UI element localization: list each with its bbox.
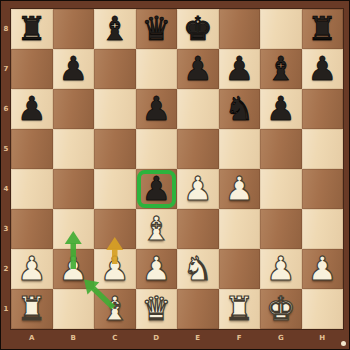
black-bishop-c8[interactable]: ♝ — [100, 12, 130, 45]
square-e3[interactable] — [177, 209, 219, 249]
square-d1[interactable]: ♛ — [136, 289, 178, 329]
square-e1[interactable] — [177, 289, 219, 329]
square-f2[interactable] — [219, 249, 261, 289]
square-b7[interactable]: ♟ — [53, 49, 95, 89]
square-f8[interactable] — [219, 9, 261, 49]
square-a6[interactable]: ♟ — [11, 89, 53, 129]
white-pawn-e4[interactable]: ♟ — [183, 172, 213, 205]
square-g8[interactable] — [260, 9, 302, 49]
square-b4[interactable] — [53, 169, 95, 209]
white-pawn-h2[interactable]: ♟ — [307, 252, 337, 285]
square-a3[interactable] — [11, 209, 53, 249]
rank-label-7: 7 — [1, 64, 11, 74]
square-h2[interactable]: ♟ — [302, 249, 344, 289]
black-queen-d8[interactable]: ♛ — [141, 12, 171, 45]
square-e8[interactable]: ♚ — [177, 9, 219, 49]
square-c3[interactable] — [94, 209, 136, 249]
white-rook-a1[interactable]: ♜ — [17, 292, 47, 325]
square-h8[interactable]: ♜ — [302, 9, 344, 49]
black-pawn-e7[interactable]: ♟ — [183, 52, 213, 85]
square-c8[interactable]: ♝ — [94, 9, 136, 49]
white-pawn-f4[interactable]: ♟ — [224, 172, 254, 205]
file-label-h: H — [302, 331, 344, 345]
square-d6[interactable]: ♟ — [136, 89, 178, 129]
square-g2[interactable]: ♟ — [260, 249, 302, 289]
white-pawn-d2[interactable]: ♟ — [141, 252, 171, 285]
square-e2[interactable]: ♞ — [177, 249, 219, 289]
square-b6[interactable] — [53, 89, 95, 129]
square-a8[interactable]: ♜ — [11, 9, 53, 49]
square-a4[interactable] — [11, 169, 53, 209]
white-pawn-c2[interactable]: ♟ — [100, 252, 130, 285]
board: ♜♝♛♚♜♟♟♟♝♟♟♟♞♟♟♟♟♝♟♟♟♟♞♟♟♜♝♛♜♚ — [11, 9, 343, 329]
rank-label-2: 2 — [1, 264, 11, 274]
square-e7[interactable]: ♟ — [177, 49, 219, 89]
black-pawn-h7[interactable]: ♟ — [307, 52, 337, 85]
square-h7[interactable]: ♟ — [302, 49, 344, 89]
chess-board-frame: ♜♝♛♚♜♟♟♟♝♟♟♟♞♟♟♟♟♝♟♟♟♟♞♟♟♜♝♛♜♚ 87654321 … — [0, 0, 350, 350]
square-h6[interactable] — [302, 89, 344, 129]
rank-label-3: 3 — [1, 224, 11, 234]
file-label-f: F — [219, 331, 261, 345]
square-c4[interactable] — [94, 169, 136, 209]
square-d8[interactable]: ♛ — [136, 9, 178, 49]
square-a7[interactable] — [11, 49, 53, 89]
black-king-e8[interactable]: ♚ — [183, 12, 213, 45]
square-g4[interactable] — [260, 169, 302, 209]
black-bishop-g7[interactable]: ♝ — [266, 52, 296, 85]
square-c2[interactable]: ♟ — [94, 249, 136, 289]
black-pawn-d4[interactable]: ♟ — [141, 172, 171, 205]
white-queen-d1[interactable]: ♛ — [141, 292, 171, 325]
square-g7[interactable]: ♝ — [260, 49, 302, 89]
square-c7[interactable] — [94, 49, 136, 89]
square-g3[interactable] — [260, 209, 302, 249]
white-bishop-c1[interactable]: ♝ — [100, 292, 130, 325]
square-f3[interactable] — [219, 209, 261, 249]
square-a2[interactable]: ♟ — [11, 249, 53, 289]
square-h4[interactable] — [302, 169, 344, 209]
white-knight-e2[interactable]: ♞ — [183, 252, 213, 285]
white-pawn-g2[interactable]: ♟ — [266, 252, 296, 285]
square-d5[interactable] — [136, 129, 178, 169]
square-f4[interactable]: ♟ — [219, 169, 261, 209]
square-b8[interactable] — [53, 9, 95, 49]
square-d7[interactable] — [136, 49, 178, 89]
square-a5[interactable] — [11, 129, 53, 169]
square-b1[interactable] — [53, 289, 95, 329]
square-f6[interactable]: ♞ — [219, 89, 261, 129]
file-label-a: A — [11, 331, 53, 345]
rank-label-8: 8 — [1, 24, 11, 34]
square-b2[interactable]: ♟ — [53, 249, 95, 289]
black-pawn-d6[interactable]: ♟ — [141, 92, 171, 125]
file-label-g: G — [260, 331, 302, 345]
black-pawn-a6[interactable]: ♟ — [17, 92, 47, 125]
black-pawn-b7[interactable]: ♟ — [58, 52, 88, 85]
black-pawn-f7[interactable]: ♟ — [224, 52, 254, 85]
rank-label-1: 1 — [1, 304, 11, 314]
square-c6[interactable] — [94, 89, 136, 129]
square-d4[interactable]: ♟ — [136, 169, 178, 209]
white-pawn-a2[interactable]: ♟ — [17, 252, 47, 285]
rank-label-6: 6 — [1, 104, 11, 114]
square-c5[interactable] — [94, 129, 136, 169]
white-king-g1[interactable]: ♚ — [266, 292, 296, 325]
white-rook-f1[interactable]: ♜ — [224, 292, 254, 325]
square-e4[interactable]: ♟ — [177, 169, 219, 209]
rank-label-5: 5 — [1, 144, 11, 154]
square-b5[interactable] — [53, 129, 95, 169]
black-pawn-g6[interactable]: ♟ — [266, 92, 296, 125]
black-rook-h8[interactable]: ♜ — [307, 12, 337, 45]
square-f7[interactable]: ♟ — [219, 49, 261, 89]
square-e6[interactable] — [177, 89, 219, 129]
file-label-c: C — [94, 331, 136, 345]
square-h5[interactable] — [302, 129, 344, 169]
square-h3[interactable] — [302, 209, 344, 249]
square-c1[interactable]: ♝ — [94, 289, 136, 329]
file-label-d: D — [136, 331, 178, 345]
square-g5[interactable] — [260, 129, 302, 169]
square-e5[interactable] — [177, 129, 219, 169]
square-g6[interactable]: ♟ — [260, 89, 302, 129]
square-f1[interactable]: ♜ — [219, 289, 261, 329]
corner-dot — [341, 341, 346, 346]
black-rook-a8[interactable]: ♜ — [17, 12, 47, 45]
square-b3[interactable] — [53, 209, 95, 249]
black-knight-f6[interactable]: ♞ — [224, 92, 254, 125]
square-a1[interactable]: ♜ — [11, 289, 53, 329]
rank-label-4: 4 — [1, 184, 11, 194]
square-d3[interactable]: ♝ — [136, 209, 178, 249]
white-pawn-b2[interactable]: ♟ — [58, 252, 88, 285]
white-bishop-d3[interactable]: ♝ — [141, 212, 171, 245]
square-g1[interactable]: ♚ — [260, 289, 302, 329]
square-h1[interactable] — [302, 289, 344, 329]
file-label-e: E — [177, 331, 219, 345]
file-label-b: B — [53, 331, 95, 345]
square-d2[interactable]: ♟ — [136, 249, 178, 289]
square-f5[interactable] — [219, 129, 261, 169]
